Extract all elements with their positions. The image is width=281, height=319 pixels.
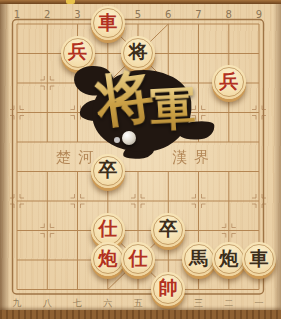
file-label-bottom-8: 二	[224, 297, 233, 310]
file-label-top-3: 3	[74, 9, 80, 20]
file-label-bottom-7: 三	[194, 297, 203, 310]
board-bottom-edge	[0, 310, 281, 319]
file-label-bottom-2: 八	[43, 297, 52, 310]
file-label-bottom-5: 五	[134, 297, 143, 310]
file-label-top-2: 2	[44, 9, 50, 20]
piece-red-general[interactable]: 帥	[151, 272, 185, 306]
piece-glyph: 卒	[98, 160, 117, 179]
gold-indicator	[66, 0, 75, 4]
piece-glyph: 炮	[219, 249, 238, 268]
file-label-bottom-3: 七	[73, 297, 82, 310]
piece-black-soldier[interactable]: 卒	[91, 154, 125, 188]
piece-black-soldier[interactable]: 卒	[151, 213, 185, 247]
file-label-top-8: 8	[226, 9, 232, 20]
piece-red-soldier[interactable]: 兵	[212, 65, 246, 99]
piece-glyph: 馬	[189, 249, 208, 268]
piece-glyph: 仕	[98, 219, 117, 238]
piece-red-soldier[interactable]: 兵	[61, 36, 95, 70]
file-label-top-9: 9	[256, 9, 262, 20]
piece-glyph: 兵	[219, 72, 238, 91]
piece-glyph: 兵	[68, 42, 87, 61]
piece-glyph: 炮	[98, 249, 117, 268]
app-top-bar	[0, 0, 281, 4]
piece-red-advisor[interactable]: 仕	[121, 242, 155, 276]
piece-glyph: 将	[129, 42, 148, 61]
piece-red-cannon[interactable]: 炮	[91, 242, 125, 276]
piece-red-chariot[interactable]: 車	[91, 6, 125, 40]
piece-glyph: 車	[250, 249, 269, 268]
file-label-top-1: 1	[14, 9, 20, 20]
river-label-right: 漢界	[172, 148, 216, 167]
file-label-bottom-1: 九	[13, 297, 22, 310]
xiangqi-board[interactable]: 123456789 九八七六五四三二一 楚河 漢界 車兵将兵卒仕卒炮仕馬炮車帥 …	[0, 0, 281, 319]
file-label-top-6: 6	[165, 9, 171, 20]
piece-glyph: 仕	[129, 249, 148, 268]
piece-black-general[interactable]: 将	[121, 36, 155, 70]
piece-black-cannon[interactable]: 炮	[212, 242, 246, 276]
file-label-bottom-9: 一	[255, 297, 264, 310]
piece-glyph: 卒	[159, 219, 178, 238]
piece-black-horse[interactable]: 馬	[182, 242, 216, 276]
piece-glyph: 車	[98, 13, 117, 32]
piece-black-chariot[interactable]: 車	[242, 242, 276, 276]
file-label-top-5: 5	[135, 9, 141, 20]
piece-glyph: 帥	[159, 278, 178, 297]
file-label-bottom-4: 六	[103, 297, 112, 310]
file-label-top-7: 7	[195, 9, 201, 20]
